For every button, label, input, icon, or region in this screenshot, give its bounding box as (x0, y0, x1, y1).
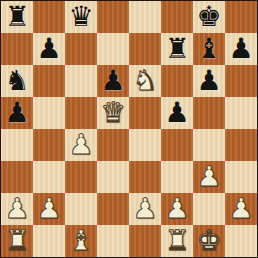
piece-white-pawn: ♟ (4, 193, 29, 225)
piece-white-queen: ♛ (100, 97, 125, 129)
square-d3[interactable] (97, 161, 129, 193)
square-f4[interactable] (161, 129, 193, 161)
square-h8[interactable] (225, 1, 257, 33)
piece-black-rook: ♜ (4, 1, 29, 33)
square-d6[interactable]: ♟ (97, 65, 129, 97)
square-c1[interactable]: ♝ (65, 225, 97, 257)
piece-black-pawn: ♟ (4, 97, 29, 129)
square-d1[interactable] (97, 225, 129, 257)
square-e6[interactable]: ♞ (129, 65, 161, 97)
square-h5[interactable] (225, 97, 257, 129)
square-h3[interactable] (225, 161, 257, 193)
piece-white-rook: ♜ (4, 225, 29, 257)
square-h4[interactable] (225, 129, 257, 161)
square-c3[interactable] (65, 161, 97, 193)
square-d8[interactable] (97, 1, 129, 33)
square-a7[interactable] (1, 33, 33, 65)
square-e7[interactable] (129, 33, 161, 65)
square-d7[interactable] (97, 33, 129, 65)
square-f6[interactable] (161, 65, 193, 97)
piece-white-pawn: ♟ (164, 193, 189, 225)
piece-white-bishop: ♝ (68, 225, 93, 257)
square-e4[interactable] (129, 129, 161, 161)
square-g6[interactable]: ♟ (193, 65, 225, 97)
piece-black-knight: ♞ (4, 65, 29, 97)
piece-black-pawn: ♟ (228, 33, 253, 65)
piece-white-pawn: ♟ (36, 193, 61, 225)
piece-white-pawn: ♟ (68, 129, 93, 161)
square-a5[interactable]: ♟ (1, 97, 33, 129)
piece-white-king: ♚ (196, 225, 221, 257)
square-h6[interactable] (225, 65, 257, 97)
piece-black-pawn: ♟ (36, 33, 61, 65)
piece-white-knight: ♞ (132, 65, 157, 97)
piece-white-pawn: ♟ (196, 161, 221, 193)
square-g2[interactable] (193, 193, 225, 225)
piece-black-king: ♚ (196, 1, 221, 33)
square-a3[interactable] (1, 161, 33, 193)
piece-white-pawn: ♟ (132, 193, 157, 225)
piece-black-pawn: ♟ (196, 65, 221, 97)
square-e5[interactable] (129, 97, 161, 129)
square-h2[interactable]: ♟ (225, 193, 257, 225)
square-b4[interactable] (33, 129, 65, 161)
square-c5[interactable] (65, 97, 97, 129)
square-c2[interactable] (65, 193, 97, 225)
square-a1[interactable]: ♜ (1, 225, 33, 257)
square-f1[interactable]: ♜ (161, 225, 193, 257)
piece-black-pawn: ♟ (164, 97, 189, 129)
piece-black-pawn: ♟ (100, 65, 125, 97)
square-b7[interactable]: ♟ (33, 33, 65, 65)
square-d5[interactable]: ♛ (97, 97, 129, 129)
square-b3[interactable] (33, 161, 65, 193)
square-d2[interactable] (97, 193, 129, 225)
square-f2[interactable]: ♟ (161, 193, 193, 225)
piece-black-rook: ♜ (164, 33, 189, 65)
square-a8[interactable]: ♜ (1, 1, 33, 33)
square-a4[interactable] (1, 129, 33, 161)
square-g4[interactable] (193, 129, 225, 161)
square-c8[interactable]: ♛ (65, 1, 97, 33)
square-e3[interactable] (129, 161, 161, 193)
square-d4[interactable] (97, 129, 129, 161)
square-g3[interactable]: ♟ (193, 161, 225, 193)
piece-black-bishop: ♝ (196, 33, 221, 65)
square-a6[interactable]: ♞ (1, 65, 33, 97)
square-b6[interactable] (33, 65, 65, 97)
square-f7[interactable]: ♜ (161, 33, 193, 65)
square-g7[interactable]: ♝ (193, 33, 225, 65)
square-b8[interactable] (33, 1, 65, 33)
chess-board: ♜♛♚♟♜♝♟♞♟♞♟♟♛♟♟♟♟♟♟♟♟♜♝♜♚ (0, 0, 258, 258)
square-b2[interactable]: ♟ (33, 193, 65, 225)
square-c6[interactable] (65, 65, 97, 97)
piece-white-pawn: ♟ (228, 193, 253, 225)
square-e2[interactable]: ♟ (129, 193, 161, 225)
square-b1[interactable] (33, 225, 65, 257)
square-h7[interactable]: ♟ (225, 33, 257, 65)
square-g8[interactable]: ♚ (193, 1, 225, 33)
square-f5[interactable]: ♟ (161, 97, 193, 129)
chess-board-container: ♜♛♚♟♜♝♟♞♟♞♟♟♛♟♟♟♟♟♟♟♟♜♝♜♚ (0, 0, 258, 258)
square-f3[interactable] (161, 161, 193, 193)
square-e8[interactable] (129, 1, 161, 33)
square-a2[interactable]: ♟ (1, 193, 33, 225)
square-f8[interactable] (161, 1, 193, 33)
piece-white-rook: ♜ (164, 225, 189, 257)
square-b5[interactable] (33, 97, 65, 129)
square-c7[interactable] (65, 33, 97, 65)
piece-black-queen: ♛ (68, 1, 93, 33)
square-g5[interactable] (193, 97, 225, 129)
square-c4[interactable]: ♟ (65, 129, 97, 161)
square-g1[interactable]: ♚ (193, 225, 225, 257)
square-e1[interactable] (129, 225, 161, 257)
square-h1[interactable] (225, 225, 257, 257)
